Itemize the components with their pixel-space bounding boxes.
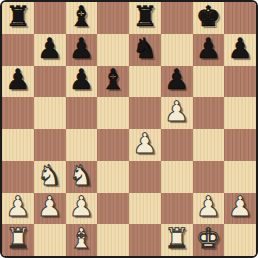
square-b7[interactable]: ♟ bbox=[34, 34, 66, 66]
white-pawn-f5[interactable]: ♟ bbox=[164, 98, 189, 126]
black-pawn-f6[interactable]: ♟ bbox=[164, 66, 189, 94]
black-bishop-d6[interactable]: ♝ bbox=[101, 66, 126, 94]
square-e8[interactable]: ♜ bbox=[129, 2, 161, 34]
square-e7[interactable]: ♞ bbox=[129, 34, 161, 66]
square-h8[interactable] bbox=[224, 2, 256, 34]
black-rook-a8[interactable]: ♜ bbox=[5, 3, 30, 31]
square-b1[interactable] bbox=[34, 224, 66, 256]
white-king-g1[interactable]: ♚ bbox=[196, 225, 221, 253]
square-g8[interactable]: ♚ bbox=[193, 2, 225, 34]
square-d3[interactable] bbox=[97, 161, 129, 193]
square-d7[interactable] bbox=[97, 34, 129, 66]
white-pawn-g2[interactable]: ♟ bbox=[196, 193, 221, 221]
square-h2[interactable]: ♟ bbox=[224, 193, 256, 225]
square-c8[interactable]: ♝ bbox=[66, 2, 98, 34]
square-g5[interactable] bbox=[193, 97, 225, 129]
black-pawn-a6[interactable]: ♟ bbox=[5, 66, 30, 94]
square-d5[interactable] bbox=[97, 97, 129, 129]
square-f6[interactable]: ♟ bbox=[161, 66, 193, 98]
square-h3[interactable] bbox=[224, 161, 256, 193]
square-d1[interactable] bbox=[97, 224, 129, 256]
square-a7[interactable] bbox=[2, 34, 34, 66]
square-g1[interactable]: ♚ bbox=[193, 224, 225, 256]
black-king-g8[interactable]: ♚ bbox=[196, 3, 221, 31]
black-pawn-c6[interactable]: ♟ bbox=[69, 66, 94, 94]
square-e1[interactable] bbox=[129, 224, 161, 256]
black-pawn-h7[interactable]: ♟ bbox=[228, 35, 253, 63]
black-pawn-c7[interactable]: ♟ bbox=[69, 35, 94, 63]
white-pawn-e4[interactable]: ♟ bbox=[132, 130, 157, 158]
square-a6[interactable]: ♟ bbox=[2, 66, 34, 98]
square-b4[interactable] bbox=[34, 129, 66, 161]
black-knight-e7[interactable]: ♞ bbox=[132, 35, 157, 63]
square-a8[interactable]: ♜ bbox=[2, 2, 34, 34]
square-c5[interactable] bbox=[66, 97, 98, 129]
square-e2[interactable] bbox=[129, 193, 161, 225]
square-g2[interactable]: ♟ bbox=[193, 193, 225, 225]
square-e5[interactable] bbox=[129, 97, 161, 129]
square-e6[interactable] bbox=[129, 66, 161, 98]
square-h6[interactable] bbox=[224, 66, 256, 98]
square-f5[interactable]: ♟ bbox=[161, 97, 193, 129]
square-d2[interactable] bbox=[97, 193, 129, 225]
chess-board: ♜♝♜♚♟♟♞♟♟♟♟♝♟♟♟♞♞♟♟♟♟♟♜♝♜♚ bbox=[0, 0, 258, 258]
square-h1[interactable] bbox=[224, 224, 256, 256]
square-b2[interactable]: ♟ bbox=[34, 193, 66, 225]
black-bishop-c8[interactable]: ♝ bbox=[69, 3, 94, 31]
white-rook-f1[interactable]: ♜ bbox=[164, 225, 189, 253]
square-h7[interactable]: ♟ bbox=[224, 34, 256, 66]
square-c3[interactable]: ♞ bbox=[66, 161, 98, 193]
white-bishop-c1[interactable]: ♝ bbox=[69, 225, 94, 253]
white-rook-a1[interactable]: ♜ bbox=[5, 225, 30, 253]
square-g6[interactable] bbox=[193, 66, 225, 98]
square-c2[interactable]: ♟ bbox=[66, 193, 98, 225]
white-pawn-a2[interactable]: ♟ bbox=[5, 193, 30, 221]
black-rook-e8[interactable]: ♜ bbox=[132, 3, 157, 31]
square-h5[interactable] bbox=[224, 97, 256, 129]
square-g3[interactable] bbox=[193, 161, 225, 193]
square-g4[interactable] bbox=[193, 129, 225, 161]
square-f4[interactable] bbox=[161, 129, 193, 161]
square-c1[interactable]: ♝ bbox=[66, 224, 98, 256]
square-b8[interactable] bbox=[34, 2, 66, 34]
square-b6[interactable] bbox=[34, 66, 66, 98]
square-a2[interactable]: ♟ bbox=[2, 193, 34, 225]
square-c6[interactable]: ♟ bbox=[66, 66, 98, 98]
square-e4[interactable]: ♟ bbox=[129, 129, 161, 161]
square-f2[interactable] bbox=[161, 193, 193, 225]
square-b3[interactable]: ♞ bbox=[34, 161, 66, 193]
black-pawn-g7[interactable]: ♟ bbox=[196, 35, 221, 63]
square-d6[interactable]: ♝ bbox=[97, 66, 129, 98]
square-a3[interactable] bbox=[2, 161, 34, 193]
black-pawn-b7[interactable]: ♟ bbox=[37, 35, 62, 63]
white-knight-c3[interactable]: ♞ bbox=[69, 162, 94, 190]
square-f7[interactable] bbox=[161, 34, 193, 66]
square-b5[interactable] bbox=[34, 97, 66, 129]
square-a4[interactable] bbox=[2, 129, 34, 161]
square-h4[interactable] bbox=[224, 129, 256, 161]
square-f1[interactable]: ♜ bbox=[161, 224, 193, 256]
square-c4[interactable] bbox=[66, 129, 98, 161]
white-pawn-c2[interactable]: ♟ bbox=[69, 193, 94, 221]
white-knight-b3[interactable]: ♞ bbox=[37, 162, 62, 190]
square-c7[interactable]: ♟ bbox=[66, 34, 98, 66]
square-a1[interactable]: ♜ bbox=[2, 224, 34, 256]
square-g7[interactable]: ♟ bbox=[193, 34, 225, 66]
square-a5[interactable] bbox=[2, 97, 34, 129]
white-pawn-h2[interactable]: ♟ bbox=[228, 193, 253, 221]
white-pawn-b2[interactable]: ♟ bbox=[37, 193, 62, 221]
square-d4[interactable] bbox=[97, 129, 129, 161]
square-f3[interactable] bbox=[161, 161, 193, 193]
square-d8[interactable] bbox=[97, 2, 129, 34]
square-f8[interactable] bbox=[161, 2, 193, 34]
square-e3[interactable] bbox=[129, 161, 161, 193]
